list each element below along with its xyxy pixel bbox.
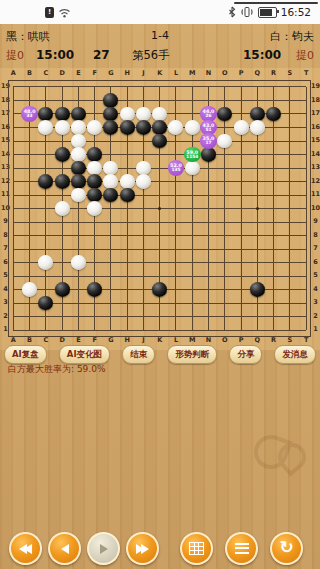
- cell-S9[interactable]: [282, 215, 298, 229]
- cell-R15[interactable]: [265, 134, 281, 148]
- cell-D16[interactable]: [54, 121, 70, 135]
- cell-B1[interactable]: [21, 323, 37, 337]
- cell-G2[interactable]: [103, 310, 119, 324]
- cell-J6[interactable]: [135, 256, 151, 270]
- cell-M16[interactable]: [184, 121, 200, 135]
- cell-C11[interactable]: [38, 188, 54, 202]
- cell-S2[interactable]: [282, 310, 298, 324]
- cell-H11[interactable]: [119, 188, 135, 202]
- cell-F9[interactable]: [87, 215, 103, 229]
- cell-R17[interactable]: [265, 107, 281, 121]
- cell-O17[interactable]: [217, 107, 233, 121]
- cell-B12[interactable]: [21, 175, 37, 189]
- cell-J1[interactable]: [135, 323, 151, 337]
- cell-T1[interactable]: [298, 323, 314, 337]
- cell-R12[interactable]: [265, 175, 281, 189]
- go-board[interactable]: ABCDEFGHJKLMNOPQRST 19181716151413121110…: [0, 70, 320, 350]
- cell-O8[interactable]: [217, 229, 233, 243]
- cell-R8[interactable]: [265, 229, 281, 243]
- cell-D19[interactable]: [54, 80, 70, 94]
- cell-P18[interactable]: [233, 94, 249, 108]
- cell-F12[interactable]: [87, 175, 103, 189]
- cell-P5[interactable]: [233, 269, 249, 283]
- cell-T18[interactable]: [298, 94, 314, 108]
- cell-P17[interactable]: [233, 107, 249, 121]
- cell-O14[interactable]: [217, 148, 233, 162]
- cell-C2[interactable]: [38, 310, 54, 324]
- cell-H13[interactable]: [119, 161, 135, 175]
- cell-Q16[interactable]: [249, 121, 265, 135]
- cell-G10[interactable]: [103, 202, 119, 216]
- cell-G14[interactable]: [103, 148, 119, 162]
- cell-B18[interactable]: [21, 94, 37, 108]
- cell-T12[interactable]: [298, 175, 314, 189]
- cell-T3[interactable]: [298, 296, 314, 310]
- cell-S18[interactable]: [282, 94, 298, 108]
- cell-N10[interactable]: [200, 202, 216, 216]
- cell-D18[interactable]: [54, 94, 70, 108]
- cell-G12[interactable]: [103, 175, 119, 189]
- cell-Q11[interactable]: [249, 188, 265, 202]
- cell-N15[interactable]: 35.017: [200, 134, 216, 148]
- cell-G15[interactable]: [103, 134, 119, 148]
- cell-A6[interactable]: [5, 256, 21, 270]
- cell-O13[interactable]: [217, 161, 233, 175]
- cell-R5[interactable]: [265, 269, 281, 283]
- cell-C7[interactable]: [38, 242, 54, 256]
- cell-L7[interactable]: [168, 242, 184, 256]
- cell-O18[interactable]: [217, 94, 233, 108]
- cell-Q6[interactable]: [249, 256, 265, 270]
- cell-N12[interactable]: [200, 175, 216, 189]
- cell-K1[interactable]: [152, 323, 168, 337]
- cell-P6[interactable]: [233, 256, 249, 270]
- cell-J14[interactable]: [135, 148, 151, 162]
- cell-P14[interactable]: [233, 148, 249, 162]
- cell-M5[interactable]: [184, 269, 200, 283]
- cell-Q9[interactable]: [249, 215, 265, 229]
- cell-Q5[interactable]: [249, 269, 265, 283]
- cell-K14[interactable]: [152, 148, 168, 162]
- cell-A7[interactable]: [5, 242, 21, 256]
- cell-T19[interactable]: [298, 80, 314, 94]
- cell-P16[interactable]: [233, 121, 249, 135]
- cell-R14[interactable]: [265, 148, 281, 162]
- to-start-button[interactable]: [9, 532, 42, 565]
- cell-N11[interactable]: [200, 188, 216, 202]
- cell-A15[interactable]: [5, 134, 21, 148]
- cell-C9[interactable]: [38, 215, 54, 229]
- cell-G4[interactable]: [103, 283, 119, 297]
- cell-K6[interactable]: [152, 256, 168, 270]
- cell-J19[interactable]: [135, 80, 151, 94]
- cell-A5[interactable]: [5, 269, 21, 283]
- cell-E11[interactable]: [70, 188, 86, 202]
- cell-F3[interactable]: [87, 296, 103, 310]
- cell-C10[interactable]: [38, 202, 54, 216]
- cell-G16[interactable]: [103, 121, 119, 135]
- cell-L1[interactable]: [168, 323, 184, 337]
- cell-L6[interactable]: [168, 256, 184, 270]
- cell-R4[interactable]: [265, 283, 281, 297]
- cell-M7[interactable]: [184, 242, 200, 256]
- cell-M19[interactable]: [184, 80, 200, 94]
- cell-D1[interactable]: [54, 323, 70, 337]
- cell-J4[interactable]: [135, 283, 151, 297]
- cell-G8[interactable]: [103, 229, 119, 243]
- cell-H5[interactable]: [119, 269, 135, 283]
- cell-A2[interactable]: [5, 310, 21, 324]
- cell-K19[interactable]: [152, 80, 168, 94]
- cell-K17[interactable]: [152, 107, 168, 121]
- cell-R2[interactable]: [265, 310, 281, 324]
- cell-P7[interactable]: [233, 242, 249, 256]
- cell-T11[interactable]: [298, 188, 314, 202]
- cell-H15[interactable]: [119, 134, 135, 148]
- cell-S6[interactable]: [282, 256, 298, 270]
- cell-L14[interactable]: [168, 148, 184, 162]
- cell-F14[interactable]: [87, 148, 103, 162]
- cell-C8[interactable]: [38, 229, 54, 243]
- cell-L4[interactable]: [168, 283, 184, 297]
- cell-O11[interactable]: [217, 188, 233, 202]
- cell-K18[interactable]: [152, 94, 168, 108]
- cell-F11[interactable]: [87, 188, 103, 202]
- cell-O6[interactable]: [217, 256, 233, 270]
- cell-A18[interactable]: [5, 94, 21, 108]
- cell-Q7[interactable]: [249, 242, 265, 256]
- cell-L2[interactable]: [168, 310, 184, 324]
- cell-H19[interactable]: [119, 80, 135, 94]
- cell-F4[interactable]: [87, 283, 103, 297]
- cell-K7[interactable]: [152, 242, 168, 256]
- cell-H14[interactable]: [119, 148, 135, 162]
- go-board-grid[interactable]: 48.03344.02643.05135.01759.0115452.0135: [5, 80, 314, 337]
- cell-L5[interactable]: [168, 269, 184, 283]
- cell-Q10[interactable]: [249, 202, 265, 216]
- cell-D3[interactable]: [54, 296, 70, 310]
- cell-P9[interactable]: [233, 215, 249, 229]
- cell-T15[interactable]: [298, 134, 314, 148]
- cell-O1[interactable]: [217, 323, 233, 337]
- cell-M4[interactable]: [184, 283, 200, 297]
- cell-P1[interactable]: [233, 323, 249, 337]
- cell-M2[interactable]: [184, 310, 200, 324]
- cell-T4[interactable]: [298, 283, 314, 297]
- cell-P11[interactable]: [233, 188, 249, 202]
- cell-G1[interactable]: [103, 323, 119, 337]
- to-end-button[interactable]: [126, 532, 159, 565]
- cell-G19[interactable]: [103, 80, 119, 94]
- cell-C14[interactable]: [38, 148, 54, 162]
- cell-P19[interactable]: [233, 80, 249, 94]
- back-button[interactable]: [48, 532, 81, 565]
- cell-N2[interactable]: [200, 310, 216, 324]
- cell-G13[interactable]: [103, 161, 119, 175]
- cell-A14[interactable]: [5, 148, 21, 162]
- cell-O12[interactable]: [217, 175, 233, 189]
- cell-O5[interactable]: [217, 269, 233, 283]
- cell-N17[interactable]: 44.026: [200, 107, 216, 121]
- cell-E14[interactable]: [70, 148, 86, 162]
- cell-S19[interactable]: [282, 80, 298, 94]
- cell-K15[interactable]: [152, 134, 168, 148]
- cell-F13[interactable]: [87, 161, 103, 175]
- cell-E16[interactable]: [70, 121, 86, 135]
- cell-D11[interactable]: [54, 188, 70, 202]
- cell-R3[interactable]: [265, 296, 281, 310]
- cell-D5[interactable]: [54, 269, 70, 283]
- cell-D10[interactable]: [54, 202, 70, 216]
- cell-M13[interactable]: [184, 161, 200, 175]
- cell-L15[interactable]: [168, 134, 184, 148]
- cell-S15[interactable]: [282, 134, 298, 148]
- cell-Q3[interactable]: [249, 296, 265, 310]
- cell-C3[interactable]: [38, 296, 54, 310]
- cell-P13[interactable]: [233, 161, 249, 175]
- cell-J12[interactable]: [135, 175, 151, 189]
- cell-L16[interactable]: [168, 121, 184, 135]
- cell-P8[interactable]: [233, 229, 249, 243]
- cell-B17[interactable]: 48.033: [21, 107, 37, 121]
- cell-B7[interactable]: [21, 242, 37, 256]
- cell-A10[interactable]: [5, 202, 21, 216]
- cell-H9[interactable]: [119, 215, 135, 229]
- cell-L9[interactable]: [168, 215, 184, 229]
- cell-J16[interactable]: [135, 121, 151, 135]
- trial-board-button[interactable]: [180, 532, 213, 565]
- cell-O4[interactable]: [217, 283, 233, 297]
- cell-S17[interactable]: [282, 107, 298, 121]
- cell-S16[interactable]: [282, 121, 298, 135]
- cell-N13[interactable]: [200, 161, 216, 175]
- cell-R1[interactable]: [265, 323, 281, 337]
- cell-A16[interactable]: [5, 121, 21, 135]
- cell-N6[interactable]: [200, 256, 216, 270]
- cell-A8[interactable]: [5, 229, 21, 243]
- cell-T6[interactable]: [298, 256, 314, 270]
- cell-Q18[interactable]: [249, 94, 265, 108]
- cell-C4[interactable]: [38, 283, 54, 297]
- cell-J18[interactable]: [135, 94, 151, 108]
- cell-T2[interactable]: [298, 310, 314, 324]
- cell-R18[interactable]: [265, 94, 281, 108]
- cell-F6[interactable]: [87, 256, 103, 270]
- cell-H2[interactable]: [119, 310, 135, 324]
- cell-L18[interactable]: [168, 94, 184, 108]
- cell-E10[interactable]: [70, 202, 86, 216]
- cell-E19[interactable]: [70, 80, 86, 94]
- cell-S1[interactable]: [282, 323, 298, 337]
- cell-K9[interactable]: [152, 215, 168, 229]
- cell-A19[interactable]: [5, 80, 21, 94]
- cell-T17[interactable]: [298, 107, 314, 121]
- cell-C12[interactable]: [38, 175, 54, 189]
- cell-C6[interactable]: [38, 256, 54, 270]
- cell-O15[interactable]: [217, 134, 233, 148]
- cell-M10[interactable]: [184, 202, 200, 216]
- cell-D9[interactable]: [54, 215, 70, 229]
- cell-J5[interactable]: [135, 269, 151, 283]
- cell-F5[interactable]: [87, 269, 103, 283]
- cell-O19[interactable]: [217, 80, 233, 94]
- menu-button[interactable]: [225, 532, 258, 565]
- cell-A17[interactable]: [5, 107, 21, 121]
- cell-R11[interactable]: [265, 188, 281, 202]
- cell-K16[interactable]: [152, 121, 168, 135]
- cell-K4[interactable]: [152, 283, 168, 297]
- cell-G7[interactable]: [103, 242, 119, 256]
- cell-R19[interactable]: [265, 80, 281, 94]
- cell-K13[interactable]: [152, 161, 168, 175]
- cell-G5[interactable]: [103, 269, 119, 283]
- action-button-5[interactable]: 分享: [229, 345, 262, 364]
- cell-M11[interactable]: [184, 188, 200, 202]
- cell-N16[interactable]: 43.051: [200, 121, 216, 135]
- cell-E9[interactable]: [70, 215, 86, 229]
- cell-M9[interactable]: [184, 215, 200, 229]
- cell-M8[interactable]: [184, 229, 200, 243]
- cell-K2[interactable]: [152, 310, 168, 324]
- cell-E8[interactable]: [70, 229, 86, 243]
- cell-L10[interactable]: [168, 202, 184, 216]
- cell-N19[interactable]: [200, 80, 216, 94]
- cell-A4[interactable]: [5, 283, 21, 297]
- cell-E15[interactable]: [70, 134, 86, 148]
- cell-A12[interactable]: [5, 175, 21, 189]
- cell-E1[interactable]: [70, 323, 86, 337]
- cell-T5[interactable]: [298, 269, 314, 283]
- cell-B14[interactable]: [21, 148, 37, 162]
- cell-N7[interactable]: [200, 242, 216, 256]
- cell-O7[interactable]: [217, 242, 233, 256]
- cell-S10[interactable]: [282, 202, 298, 216]
- cell-L19[interactable]: [168, 80, 184, 94]
- cell-Q14[interactable]: [249, 148, 265, 162]
- cell-C19[interactable]: [38, 80, 54, 94]
- cell-S5[interactable]: [282, 269, 298, 283]
- cell-B4[interactable]: [21, 283, 37, 297]
- cell-S13[interactable]: [282, 161, 298, 175]
- cell-A9[interactable]: [5, 215, 21, 229]
- cell-G6[interactable]: [103, 256, 119, 270]
- cell-M3[interactable]: [184, 296, 200, 310]
- cell-G11[interactable]: [103, 188, 119, 202]
- cell-B10[interactable]: [21, 202, 37, 216]
- cell-D4[interactable]: [54, 283, 70, 297]
- cell-D7[interactable]: [54, 242, 70, 256]
- cell-D14[interactable]: [54, 148, 70, 162]
- cell-H17[interactable]: [119, 107, 135, 121]
- cell-L13[interactable]: 52.0135: [168, 161, 184, 175]
- cell-D12[interactable]: [54, 175, 70, 189]
- cell-P3[interactable]: [233, 296, 249, 310]
- cell-Q17[interactable]: [249, 107, 265, 121]
- cell-F1[interactable]: [87, 323, 103, 337]
- cell-H10[interactable]: [119, 202, 135, 216]
- cell-B13[interactable]: [21, 161, 37, 175]
- cell-Q13[interactable]: [249, 161, 265, 175]
- cell-T16[interactable]: [298, 121, 314, 135]
- cell-P2[interactable]: [233, 310, 249, 324]
- cell-N14[interactable]: [200, 148, 216, 162]
- cell-Q19[interactable]: [249, 80, 265, 94]
- cell-B11[interactable]: [21, 188, 37, 202]
- cell-H3[interactable]: [119, 296, 135, 310]
- cell-F19[interactable]: [87, 80, 103, 94]
- cell-C13[interactable]: [38, 161, 54, 175]
- cell-N8[interactable]: [200, 229, 216, 243]
- cell-Q15[interactable]: [249, 134, 265, 148]
- cell-F7[interactable]: [87, 242, 103, 256]
- cell-K12[interactable]: [152, 175, 168, 189]
- cell-S7[interactable]: [282, 242, 298, 256]
- cell-F2[interactable]: [87, 310, 103, 324]
- cell-E13[interactable]: [70, 161, 86, 175]
- cell-J9[interactable]: [135, 215, 151, 229]
- cell-J11[interactable]: [135, 188, 151, 202]
- cell-N9[interactable]: [200, 215, 216, 229]
- cell-K8[interactable]: [152, 229, 168, 243]
- action-button-2[interactable]: AI变化图: [59, 345, 110, 364]
- cell-J3[interactable]: [135, 296, 151, 310]
- cell-C18[interactable]: [38, 94, 54, 108]
- cell-M6[interactable]: [184, 256, 200, 270]
- cell-B8[interactable]: [21, 229, 37, 243]
- cell-J8[interactable]: [135, 229, 151, 243]
- cell-D6[interactable]: [54, 256, 70, 270]
- cell-B3[interactable]: [21, 296, 37, 310]
- cell-K10[interactable]: [152, 202, 168, 216]
- cell-J15[interactable]: [135, 134, 151, 148]
- redo-button[interactable]: ↻: [270, 532, 303, 565]
- cell-M15[interactable]: [184, 134, 200, 148]
- action-button-3[interactable]: 结束: [122, 345, 155, 364]
- cell-R9[interactable]: [265, 215, 281, 229]
- cell-L12[interactable]: [168, 175, 184, 189]
- cell-A1[interactable]: [5, 323, 21, 337]
- cell-H8[interactable]: [119, 229, 135, 243]
- cell-B6[interactable]: [21, 256, 37, 270]
- cell-F10[interactable]: [87, 202, 103, 216]
- cell-K5[interactable]: [152, 269, 168, 283]
- cell-H1[interactable]: [119, 323, 135, 337]
- cell-B5[interactable]: [21, 269, 37, 283]
- cell-T9[interactable]: [298, 215, 314, 229]
- cell-S12[interactable]: [282, 175, 298, 189]
- action-button-4[interactable]: 形势判断: [167, 345, 217, 364]
- cell-F18[interactable]: [87, 94, 103, 108]
- cell-B2[interactable]: [21, 310, 37, 324]
- cell-N4[interactable]: [200, 283, 216, 297]
- cell-M14[interactable]: 59.01154: [184, 148, 200, 162]
- cell-E2[interactable]: [70, 310, 86, 324]
- cell-O9[interactable]: [217, 215, 233, 229]
- cell-P4[interactable]: [233, 283, 249, 297]
- cell-J2[interactable]: [135, 310, 151, 324]
- cell-G18[interactable]: [103, 94, 119, 108]
- cell-F17[interactable]: [87, 107, 103, 121]
- cell-L11[interactable]: [168, 188, 184, 202]
- cell-P15[interactable]: [233, 134, 249, 148]
- cell-F15[interactable]: [87, 134, 103, 148]
- cell-D2[interactable]: [54, 310, 70, 324]
- cell-G3[interactable]: [103, 296, 119, 310]
- cell-C17[interactable]: [38, 107, 54, 121]
- cell-C5[interactable]: [38, 269, 54, 283]
- cell-N3[interactable]: [200, 296, 216, 310]
- cell-J10[interactable]: [135, 202, 151, 216]
